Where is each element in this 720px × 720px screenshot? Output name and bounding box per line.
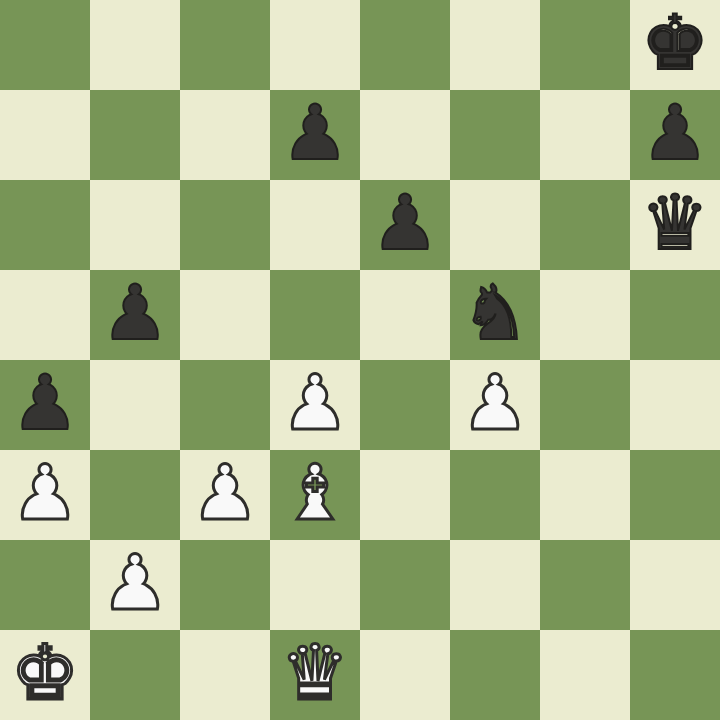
square-h7[interactable]: ♟	[630, 90, 720, 180]
square-e2[interactable]	[360, 540, 450, 630]
square-c8[interactable]	[180, 0, 270, 90]
square-c4[interactable]	[180, 360, 270, 450]
square-c7[interactable]	[180, 90, 270, 180]
square-g3[interactable]	[540, 450, 630, 540]
square-d2[interactable]	[270, 540, 360, 630]
square-c3[interactable]: ♟	[180, 450, 270, 540]
square-e4[interactable]	[360, 360, 450, 450]
square-a2[interactable]	[0, 540, 90, 630]
square-a5[interactable]	[0, 270, 90, 360]
square-h4[interactable]	[630, 360, 720, 450]
square-b7[interactable]	[90, 90, 180, 180]
square-f3[interactable]	[450, 450, 540, 540]
piece-black-pawn[interactable]: ♟	[101, 268, 169, 358]
piece-black-pawn[interactable]: ♟	[281, 88, 349, 178]
square-h2[interactable]	[630, 540, 720, 630]
square-c1[interactable]	[180, 630, 270, 720]
square-d5[interactable]	[270, 270, 360, 360]
square-f7[interactable]	[450, 90, 540, 180]
chess-board: ♚♟♟♟♛♟♞♟♟♟♟♟♝♟♚♛	[0, 0, 720, 720]
square-c5[interactable]	[180, 270, 270, 360]
square-g2[interactable]	[540, 540, 630, 630]
square-g5[interactable]	[540, 270, 630, 360]
piece-black-pawn[interactable]: ♟	[371, 178, 439, 268]
square-b2[interactable]: ♟	[90, 540, 180, 630]
square-d1[interactable]: ♛	[270, 630, 360, 720]
square-f5[interactable]: ♞	[450, 270, 540, 360]
square-b6[interactable]	[90, 180, 180, 270]
square-e3[interactable]	[360, 450, 450, 540]
square-e1[interactable]	[360, 630, 450, 720]
square-h8[interactable]: ♚	[630, 0, 720, 90]
square-b4[interactable]	[90, 360, 180, 450]
square-e6[interactable]: ♟	[360, 180, 450, 270]
square-f1[interactable]	[450, 630, 540, 720]
square-f4[interactable]: ♟	[450, 360, 540, 450]
square-g6[interactable]	[540, 180, 630, 270]
piece-white-pawn[interactable]: ♟	[101, 538, 169, 628]
square-a4[interactable]: ♟	[0, 360, 90, 450]
square-b8[interactable]	[90, 0, 180, 90]
square-g8[interactable]	[540, 0, 630, 90]
square-a8[interactable]	[0, 0, 90, 90]
piece-black-knight[interactable]: ♞	[461, 268, 529, 358]
square-f8[interactable]	[450, 0, 540, 90]
square-b5[interactable]: ♟	[90, 270, 180, 360]
piece-black-pawn[interactable]: ♟	[11, 358, 79, 448]
square-h3[interactable]	[630, 450, 720, 540]
piece-white-pawn[interactable]: ♟	[11, 448, 79, 538]
piece-white-pawn[interactable]: ♟	[281, 358, 349, 448]
square-g1[interactable]	[540, 630, 630, 720]
square-a6[interactable]	[0, 180, 90, 270]
square-b3[interactable]	[90, 450, 180, 540]
piece-black-pawn[interactable]: ♟	[641, 88, 709, 178]
square-a1[interactable]: ♚	[0, 630, 90, 720]
square-h5[interactable]	[630, 270, 720, 360]
square-e5[interactable]	[360, 270, 450, 360]
square-f2[interactable]	[450, 540, 540, 630]
square-g4[interactable]	[540, 360, 630, 450]
square-d8[interactable]	[270, 0, 360, 90]
square-d4[interactable]: ♟	[270, 360, 360, 450]
square-d3[interactable]: ♝	[270, 450, 360, 540]
square-d7[interactable]: ♟	[270, 90, 360, 180]
square-f6[interactable]	[450, 180, 540, 270]
square-c2[interactable]	[180, 540, 270, 630]
piece-white-king[interactable]: ♚	[11, 628, 79, 718]
square-e8[interactable]	[360, 0, 450, 90]
square-g7[interactable]	[540, 90, 630, 180]
piece-white-queen[interactable]: ♛	[281, 628, 349, 718]
square-a3[interactable]: ♟	[0, 450, 90, 540]
square-b1[interactable]	[90, 630, 180, 720]
square-h6[interactable]: ♛	[630, 180, 720, 270]
square-c6[interactable]	[180, 180, 270, 270]
square-h1[interactable]	[630, 630, 720, 720]
square-d6[interactable]	[270, 180, 360, 270]
piece-white-pawn[interactable]: ♟	[461, 358, 529, 448]
square-e7[interactable]	[360, 90, 450, 180]
piece-black-queen[interactable]: ♛	[641, 178, 709, 268]
piece-white-bishop[interactable]: ♝	[281, 448, 349, 538]
square-a7[interactable]	[0, 90, 90, 180]
piece-white-pawn[interactable]: ♟	[191, 448, 259, 538]
piece-black-king[interactable]: ♚	[641, 0, 709, 88]
